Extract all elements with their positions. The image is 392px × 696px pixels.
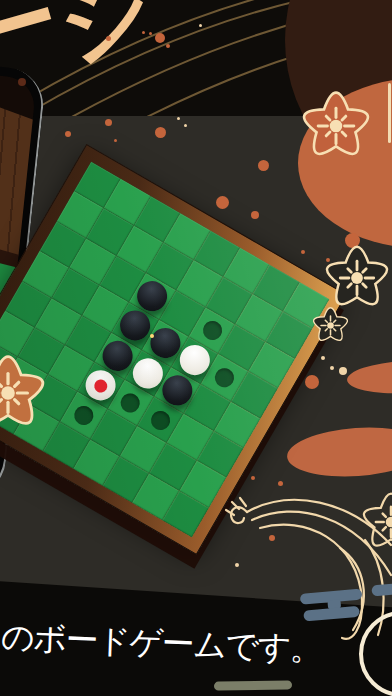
flower-icon bbox=[0, 357, 44, 429]
flower-icon bbox=[326, 247, 388, 309]
speckle-dot bbox=[184, 124, 187, 127]
speckle-dot bbox=[155, 127, 166, 138]
speckle-dot bbox=[321, 356, 325, 360]
flower-icon bbox=[303, 93, 369, 159]
speckle-dot bbox=[216, 196, 229, 209]
speckle-dot bbox=[114, 139, 117, 142]
speckle-dot bbox=[177, 117, 180, 120]
speckle-dot bbox=[65, 131, 71, 137]
speckle-dot bbox=[301, 250, 305, 254]
speckle-dot bbox=[251, 211, 259, 219]
app-store-screenshot: ー シ ●●●●●●●● bbox=[0, 0, 392, 696]
orange-ellipse-small bbox=[346, 358, 392, 396]
edge-line-decoration bbox=[388, 83, 391, 143]
speckle-dot bbox=[330, 366, 334, 370]
speckle-dot bbox=[105, 119, 112, 126]
flower-icon bbox=[313, 308, 348, 343]
speckle-dot bbox=[305, 375, 319, 389]
speckle-dot bbox=[258, 160, 269, 171]
outline-flower-icon bbox=[364, 494, 392, 546]
home-indicator-pill bbox=[214, 680, 292, 690]
speckle-dot bbox=[339, 367, 347, 375]
